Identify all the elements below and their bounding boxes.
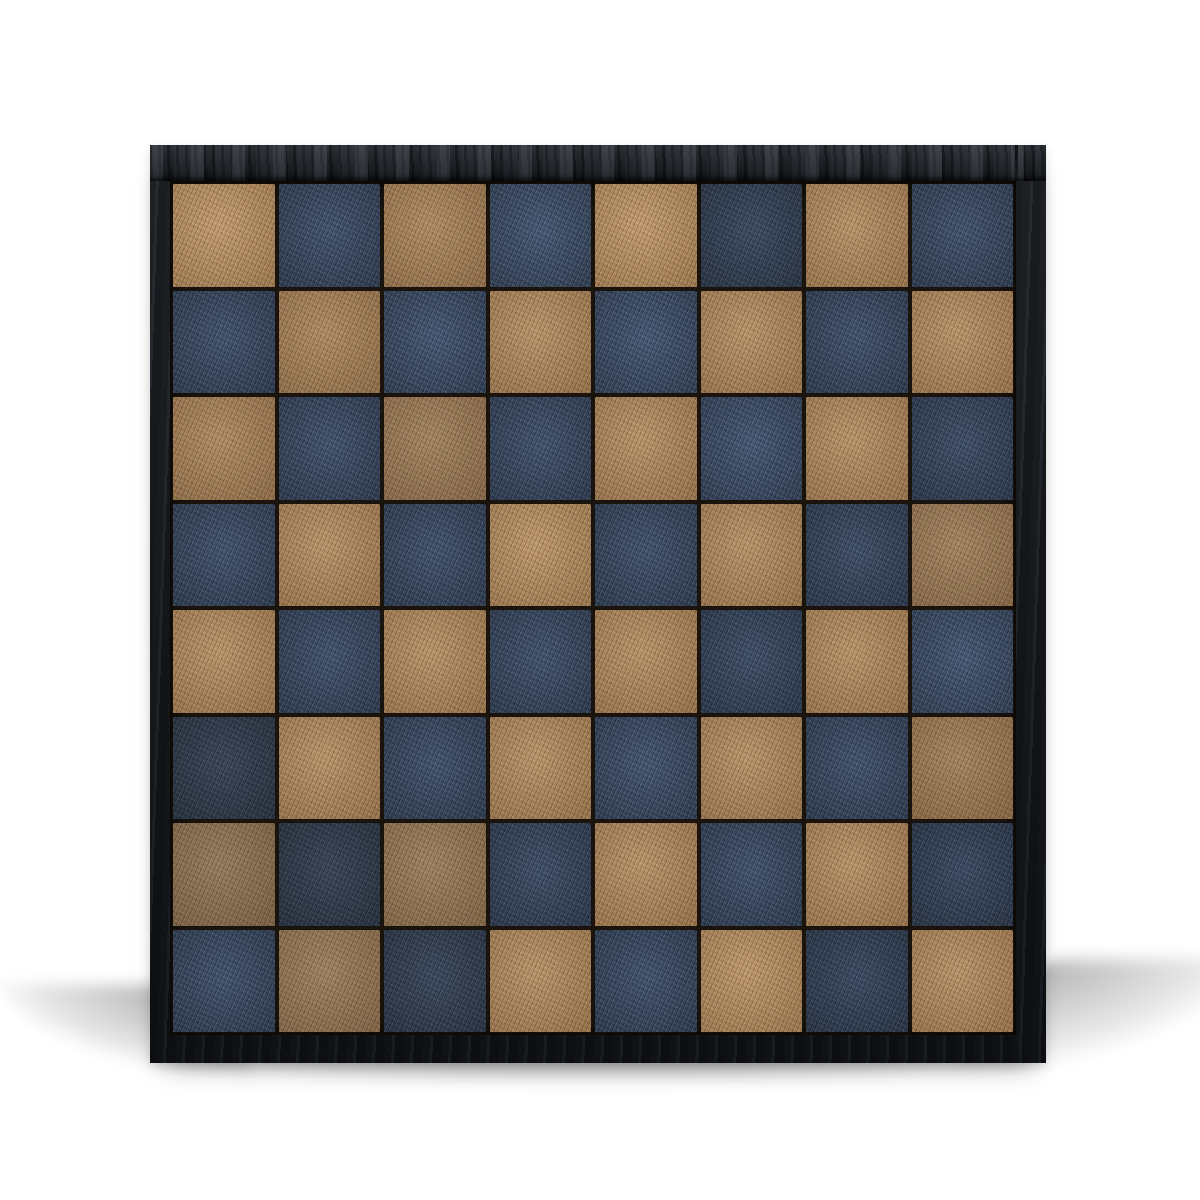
square-h3[interactable] bbox=[912, 717, 1014, 820]
square-c8[interactable] bbox=[384, 184, 486, 287]
square-e4[interactable] bbox=[595, 610, 697, 713]
square-c6[interactable] bbox=[384, 397, 486, 500]
square-b2[interactable] bbox=[279, 823, 381, 926]
square-d2[interactable] bbox=[490, 823, 592, 926]
square-b6[interactable] bbox=[279, 397, 381, 500]
square-e5[interactable] bbox=[595, 504, 697, 607]
square-f6[interactable] bbox=[701, 397, 803, 500]
square-b1[interactable] bbox=[279, 930, 381, 1033]
square-b3[interactable] bbox=[279, 717, 381, 820]
square-h7[interactable] bbox=[912, 291, 1014, 394]
square-f2[interactable] bbox=[701, 823, 803, 926]
square-f4[interactable] bbox=[701, 610, 803, 713]
square-g2[interactable] bbox=[806, 823, 908, 926]
square-d6[interactable] bbox=[490, 397, 592, 500]
square-c2[interactable] bbox=[384, 823, 486, 926]
square-c4[interactable] bbox=[384, 610, 486, 713]
square-f8[interactable] bbox=[701, 184, 803, 287]
square-e2[interactable] bbox=[595, 823, 697, 926]
square-c3[interactable] bbox=[384, 717, 486, 820]
board-frame bbox=[150, 145, 1046, 1063]
square-g6[interactable] bbox=[806, 397, 908, 500]
square-d8[interactable] bbox=[490, 184, 592, 287]
square-c1[interactable] bbox=[384, 930, 486, 1033]
square-g1[interactable] bbox=[806, 930, 908, 1033]
square-d1[interactable] bbox=[490, 930, 592, 1033]
square-e3[interactable] bbox=[595, 717, 697, 820]
square-d7[interactable] bbox=[490, 291, 592, 394]
square-e8[interactable] bbox=[595, 184, 697, 287]
square-g5[interactable] bbox=[806, 504, 908, 607]
square-h5[interactable] bbox=[912, 504, 1014, 607]
square-f3[interactable] bbox=[701, 717, 803, 820]
square-h4[interactable] bbox=[912, 610, 1014, 713]
board-grid bbox=[170, 181, 1016, 1035]
square-h6[interactable] bbox=[912, 397, 1014, 500]
photo-backdrop bbox=[0, 0, 1200, 1200]
square-c5[interactable] bbox=[384, 504, 486, 607]
square-g7[interactable] bbox=[806, 291, 908, 394]
square-g4[interactable] bbox=[806, 610, 908, 713]
square-a1[interactable] bbox=[173, 930, 275, 1033]
square-b4[interactable] bbox=[279, 610, 381, 713]
square-f5[interactable] bbox=[701, 504, 803, 607]
square-a8[interactable] bbox=[173, 184, 275, 287]
square-d5[interactable] bbox=[490, 504, 592, 607]
square-e6[interactable] bbox=[595, 397, 697, 500]
square-a7[interactable] bbox=[173, 291, 275, 394]
square-a2[interactable] bbox=[173, 823, 275, 926]
square-a5[interactable] bbox=[173, 504, 275, 607]
square-d3[interactable] bbox=[490, 717, 592, 820]
square-g8[interactable] bbox=[806, 184, 908, 287]
square-a3[interactable] bbox=[173, 717, 275, 820]
square-f1[interactable] bbox=[701, 930, 803, 1033]
square-e7[interactable] bbox=[595, 291, 697, 394]
square-h2[interactable] bbox=[912, 823, 1014, 926]
square-h1[interactable] bbox=[912, 930, 1014, 1033]
square-f7[interactable] bbox=[701, 291, 803, 394]
square-c7[interactable] bbox=[384, 291, 486, 394]
square-b7[interactable] bbox=[279, 291, 381, 394]
square-e1[interactable] bbox=[595, 930, 697, 1033]
square-d4[interactable] bbox=[490, 610, 592, 713]
square-b5[interactable] bbox=[279, 504, 381, 607]
square-a6[interactable] bbox=[173, 397, 275, 500]
square-g3[interactable] bbox=[806, 717, 908, 820]
square-h8[interactable] bbox=[912, 184, 1014, 287]
square-b8[interactable] bbox=[279, 184, 381, 287]
square-a4[interactable] bbox=[173, 610, 275, 713]
